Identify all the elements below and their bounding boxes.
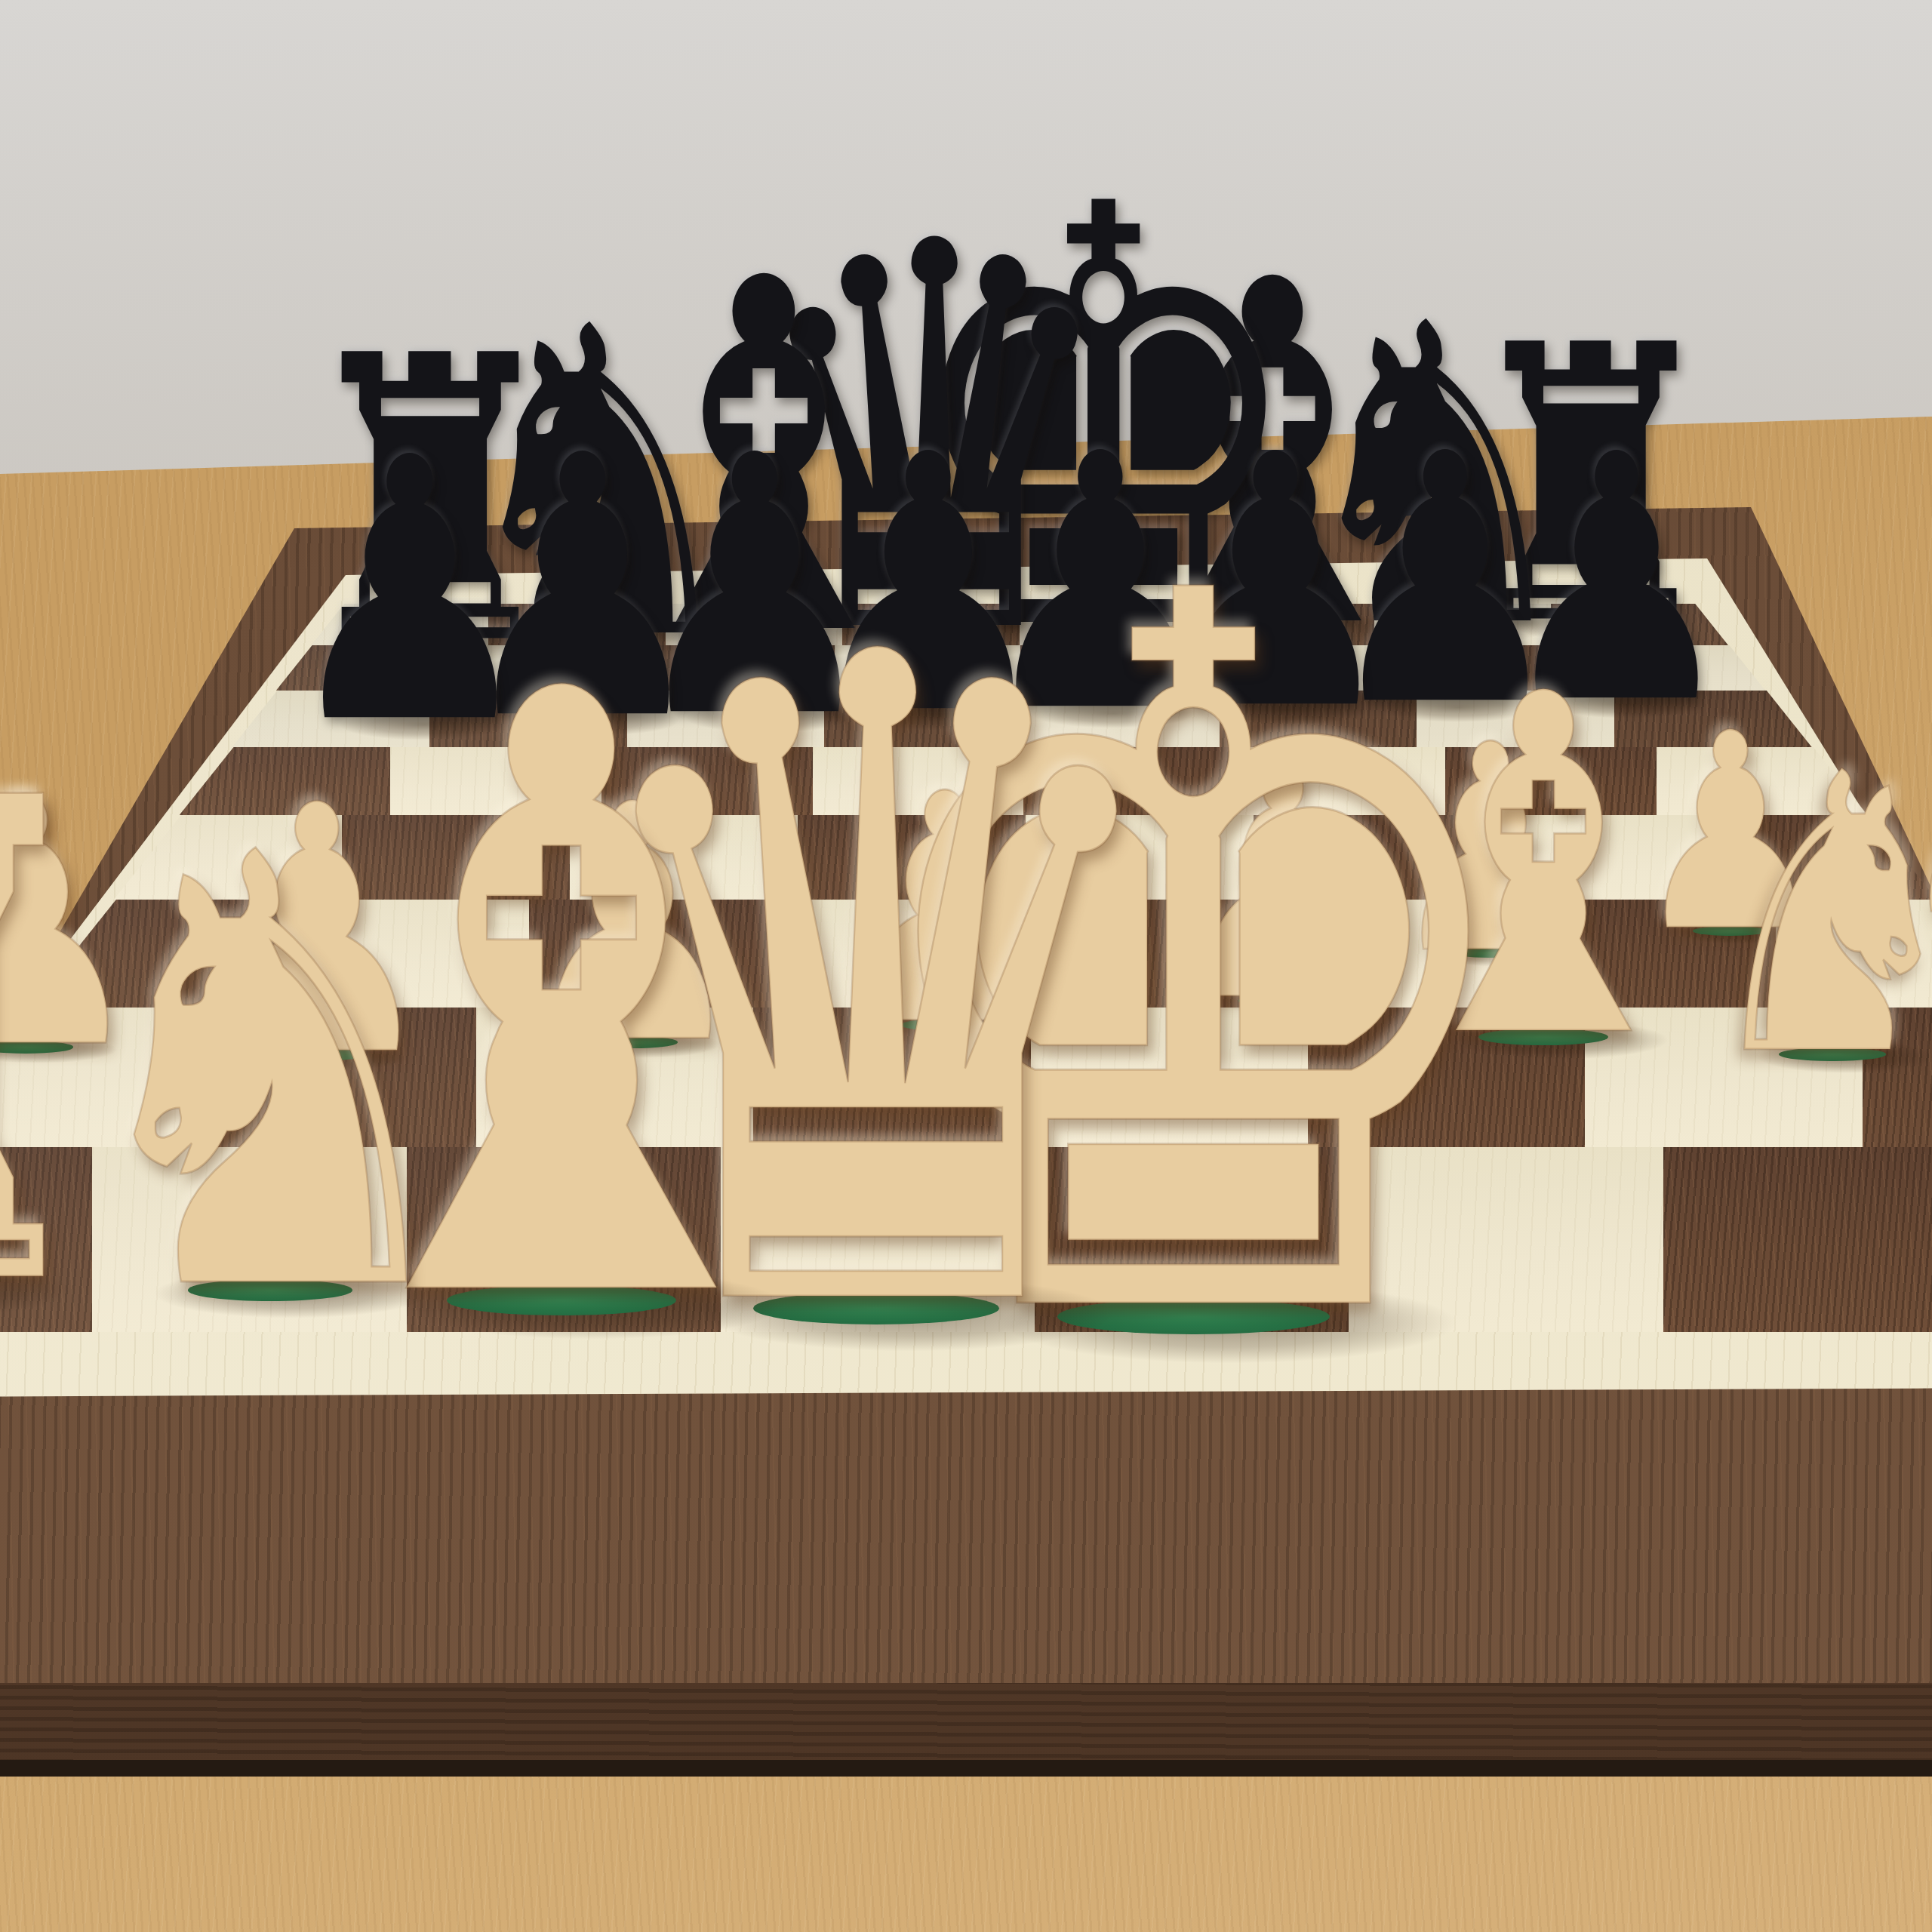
white-knight-glyph: ♞ <box>1694 724 1932 1109</box>
white-rook-glyph: ♜ <box>0 716 131 1378</box>
photo-scene: ♜♞♝♛♚♝♞♜♟♟♟♟♟♟♟♟♟♟♟♟♟♟♟♟♜♞♝♛♚♝♞♜ <box>0 0 1932 1932</box>
pieces-layer: ♜♞♝♛♚♝♞♜♟♟♟♟♟♟♟♟♟♟♟♟♟♟♟♟♜♞♝♛♚♝♞♜ <box>0 0 1932 1932</box>
